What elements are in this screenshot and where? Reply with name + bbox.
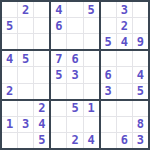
cell-r6c5[interactable] xyxy=(67,84,82,99)
cell-r9c1[interactable] xyxy=(2,133,17,148)
cell-r8c9[interactable]: 8 xyxy=(133,117,148,132)
cell-r2c7[interactable] xyxy=(101,18,116,33)
cell-r2c4[interactable]: 6 xyxy=(51,18,66,33)
cell-r6c1[interactable]: 2 xyxy=(2,84,17,99)
cell-r9c4[interactable] xyxy=(51,133,66,148)
box-9: 863 xyxy=(101,101,148,148)
cell-r8c8[interactable] xyxy=(117,117,132,132)
cell-r8c6[interactable] xyxy=(84,117,99,132)
cell-r4c6[interactable] xyxy=(84,51,99,66)
cell-r3c8[interactable]: 4 xyxy=(117,34,132,49)
cell-r5c9[interactable]: 4 xyxy=(133,67,148,82)
cell-r9c8[interactable]: 6 xyxy=(117,133,132,148)
sudoku-board: 25 456 32549 452 7653 6435 21345 5124 86… xyxy=(0,0,150,150)
cell-r2c3[interactable] xyxy=(34,18,49,33)
cell-r7c3[interactable]: 2 xyxy=(34,101,49,116)
cell-r3c9[interactable]: 9 xyxy=(133,34,148,49)
cell-r3c1[interactable] xyxy=(2,34,17,49)
cell-r5c8[interactable] xyxy=(117,67,132,82)
cell-r5c7[interactable]: 6 xyxy=(101,67,116,82)
cell-r7c8[interactable] xyxy=(117,101,132,116)
cell-r1c5[interactable] xyxy=(67,2,82,17)
cell-r5c1[interactable] xyxy=(2,67,17,82)
cell-r2c2[interactable] xyxy=(18,18,33,33)
cell-r1c6[interactable]: 5 xyxy=(84,2,99,17)
cell-r8c1[interactable]: 1 xyxy=(2,117,17,132)
cell-r4c1[interactable]: 4 xyxy=(2,51,17,66)
cell-r3c7[interactable]: 5 xyxy=(101,34,116,49)
cell-r6c4[interactable] xyxy=(51,84,66,99)
cell-r7c4[interactable] xyxy=(51,101,66,116)
cell-r5c4[interactable]: 5 xyxy=(51,67,66,82)
cell-r9c9[interactable]: 3 xyxy=(133,133,148,148)
cell-r3c4[interactable] xyxy=(51,34,66,49)
cell-r4c4[interactable]: 7 xyxy=(51,51,66,66)
cell-r2c1[interactable]: 5 xyxy=(2,18,17,33)
cell-r4c7[interactable] xyxy=(101,51,116,66)
cell-r1c1[interactable] xyxy=(2,2,17,17)
cell-r9c5[interactable]: 2 xyxy=(67,133,82,148)
cell-r1c4[interactable]: 4 xyxy=(51,2,66,17)
box-2: 456 xyxy=(51,2,98,49)
cell-r2c9[interactable] xyxy=(133,18,148,33)
cell-r3c6[interactable] xyxy=(84,34,99,49)
cell-r6c8[interactable] xyxy=(117,84,132,99)
box-6: 6435 xyxy=(101,51,148,98)
cell-r8c5[interactable] xyxy=(67,117,82,132)
cell-r9c2[interactable] xyxy=(18,133,33,148)
cell-r5c6[interactable] xyxy=(84,67,99,82)
cell-r3c3[interactable] xyxy=(34,34,49,49)
cell-r6c2[interactable] xyxy=(18,84,33,99)
cell-r6c6[interactable] xyxy=(84,84,99,99)
cell-r7c7[interactable] xyxy=(101,101,116,116)
cell-r8c3[interactable]: 4 xyxy=(34,117,49,132)
cell-r1c8[interactable]: 3 xyxy=(117,2,132,17)
box-3: 32549 xyxy=(101,2,148,49)
cell-r2c5[interactable] xyxy=(67,18,82,33)
cell-r4c2[interactable]: 5 xyxy=(18,51,33,66)
box-7: 21345 xyxy=(2,101,49,148)
cell-r5c3[interactable] xyxy=(34,67,49,82)
cell-r2c8[interactable]: 2 xyxy=(117,18,132,33)
cell-r8c4[interactable] xyxy=(51,117,66,132)
cell-r5c2[interactable] xyxy=(18,67,33,82)
cell-r8c7[interactable] xyxy=(101,117,116,132)
cell-r3c2[interactable] xyxy=(18,34,33,49)
cell-r9c7[interactable] xyxy=(101,133,116,148)
cell-r1c9[interactable] xyxy=(133,2,148,17)
cell-r1c3[interactable] xyxy=(34,2,49,17)
cell-r9c3[interactable]: 5 xyxy=(34,133,49,148)
cell-r7c9[interactable] xyxy=(133,101,148,116)
cell-r4c8[interactable] xyxy=(117,51,132,66)
cell-r6c3[interactable] xyxy=(34,84,49,99)
cell-r9c6[interactable]: 4 xyxy=(84,133,99,148)
cell-r7c2[interactable] xyxy=(18,101,33,116)
box-4: 452 xyxy=(2,51,49,98)
cell-r4c3[interactable] xyxy=(34,51,49,66)
cell-r2c6[interactable] xyxy=(84,18,99,33)
cell-r6c7[interactable]: 3 xyxy=(101,84,116,99)
cell-r7c6[interactable]: 1 xyxy=(84,101,99,116)
cell-r8c2[interactable]: 3 xyxy=(18,117,33,132)
box-1: 25 xyxy=(2,2,49,49)
cell-r1c2[interactable]: 2 xyxy=(18,2,33,17)
cell-r5c5[interactable]: 3 xyxy=(67,67,82,82)
box-5: 7653 xyxy=(51,51,98,98)
cell-r4c9[interactable] xyxy=(133,51,148,66)
cell-r6c9[interactable]: 5 xyxy=(133,84,148,99)
cell-r1c7[interactable] xyxy=(101,2,116,17)
cell-r3c5[interactable] xyxy=(67,34,82,49)
cell-r7c1[interactable] xyxy=(2,101,17,116)
cell-r7c5[interactable]: 5 xyxy=(67,101,82,116)
box-8: 5124 xyxy=(51,101,98,148)
cell-r4c5[interactable]: 6 xyxy=(67,51,82,66)
